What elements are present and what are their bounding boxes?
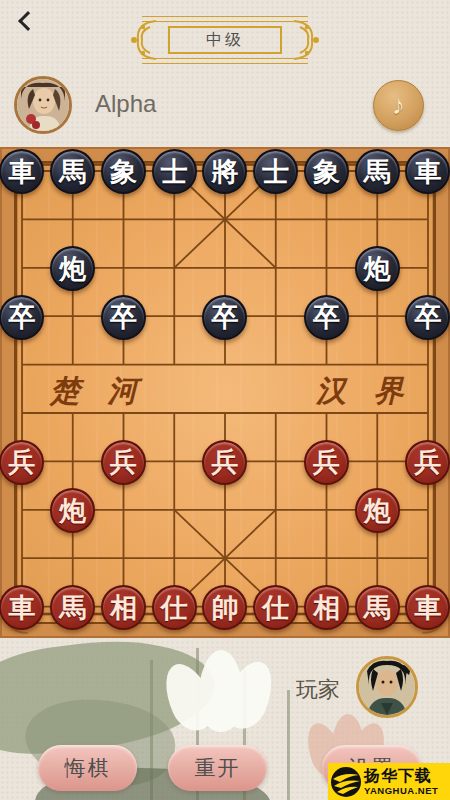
board-cell[interactable]: 車 <box>0 148 47 196</box>
restart-button-label: 重开 <box>195 754 241 782</box>
self-player-name: 玩家 <box>296 675 340 705</box>
lotus-flower-art <box>160 648 280 738</box>
board-cell[interactable]: 仕 <box>250 583 301 631</box>
board-cell[interactable] <box>352 438 403 486</box>
board-cell[interactable] <box>98 487 149 535</box>
board-cell[interactable] <box>149 341 200 389</box>
board-cell[interactable] <box>352 293 403 341</box>
piece-N[interactable]: 馬 <box>355 585 400 630</box>
opponent-avatar <box>14 76 72 134</box>
board-cell[interactable] <box>250 390 301 438</box>
music-note-icon: ♪ <box>392 90 405 121</box>
board-cell[interactable] <box>47 293 98 341</box>
board-cell[interactable]: 仕 <box>149 583 200 631</box>
board-cell[interactable]: 卒 <box>403 293 450 341</box>
board-cell[interactable] <box>301 341 352 389</box>
piece-P[interactable]: 兵 <box>0 440 44 485</box>
piece-r[interactable]: 車 <box>405 149 450 194</box>
board-cell[interactable] <box>352 535 403 583</box>
piece-r[interactable]: 車 <box>0 149 44 194</box>
board-cell[interactable]: 炮 <box>47 245 98 293</box>
board-cell[interactable]: 象 <box>98 148 149 196</box>
self-avatar <box>356 656 418 718</box>
board-cell[interactable]: 炮 <box>47 487 98 535</box>
board-cell[interactable] <box>200 535 251 583</box>
piece-C[interactable]: 炮 <box>355 488 400 533</box>
undo-button[interactable]: 悔棋 <box>38 745 137 791</box>
board-cell[interactable]: 兵 <box>301 438 352 486</box>
piece-R[interactable]: 車 <box>0 585 44 630</box>
board-cell[interactable]: 卒 <box>200 293 251 341</box>
board-cell[interactable]: 車 <box>0 583 47 631</box>
board-cell[interactable] <box>47 390 98 438</box>
undo-button-label: 悔棋 <box>65 754 111 782</box>
piece-c[interactable]: 炮 <box>355 246 400 291</box>
back-button[interactable] <box>14 8 40 34</box>
piece-C[interactable]: 炮 <box>50 488 95 533</box>
board-cell[interactable] <box>352 341 403 389</box>
level-title-box: 中级 <box>168 26 282 54</box>
board-cell[interactable] <box>301 535 352 583</box>
board-cell[interactable] <box>200 341 251 389</box>
piece-K[interactable]: 帥 <box>202 585 247 630</box>
board-cell[interactable] <box>250 293 301 341</box>
board-cell[interactable] <box>403 245 450 293</box>
level-title: 中级 <box>206 30 244 51</box>
board-cell[interactable] <box>0 341 47 389</box>
lotus-stem-art <box>287 690 290 800</box>
board-cell[interactable]: 相 <box>301 583 352 631</box>
board-cell[interactable] <box>352 390 403 438</box>
watermark-logo-icon <box>330 766 362 798</box>
board-cell[interactable] <box>403 535 450 583</box>
board-cell[interactable] <box>250 341 301 389</box>
board-cell[interactable] <box>403 196 450 244</box>
game-screen: 中级 Alpha ♪ 楚 河 汉 界 車馬象士將士象 <box>0 0 450 800</box>
board-cell[interactable] <box>149 487 200 535</box>
board-cell[interactable] <box>403 487 450 535</box>
board-cell[interactable] <box>301 390 352 438</box>
piece-N[interactable]: 馬 <box>50 585 95 630</box>
board-cell[interactable] <box>250 245 301 293</box>
watermark-text-en: YANGHUA.NET <box>364 786 438 796</box>
board-cell[interactable] <box>200 487 251 535</box>
board-cell[interactable] <box>98 196 149 244</box>
board-cell[interactable]: 將 <box>200 148 251 196</box>
gold-flourish-icon <box>126 13 168 67</box>
board-cell[interactable] <box>47 196 98 244</box>
board-cell[interactable] <box>301 487 352 535</box>
board-cell[interactable]: 兵 <box>403 438 450 486</box>
watermark-text-cn: 扬华下载 <box>364 768 438 784</box>
board-cell[interactable] <box>149 390 200 438</box>
piece-B[interactable]: 相 <box>101 585 146 630</box>
piece-p[interactable]: 卒 <box>405 295 450 340</box>
board-cell[interactable]: 卒 <box>0 293 47 341</box>
board-cell[interactable] <box>0 487 47 535</box>
lotus-leaf-art <box>0 628 220 763</box>
opponent-name: Alpha <box>95 90 156 118</box>
board-cell[interactable]: 馬 <box>47 148 98 196</box>
piece-a[interactable]: 士 <box>253 149 298 194</box>
board-cell[interactable]: 兵 <box>200 438 251 486</box>
board-cell[interactable] <box>200 245 251 293</box>
piece-p[interactable]: 卒 <box>202 295 247 340</box>
level-title-frame: 中级 <box>136 13 314 67</box>
board-cell[interactable]: 兵 <box>0 438 47 486</box>
restart-button[interactable]: 重开 <box>168 745 267 791</box>
board-cell[interactable] <box>200 196 251 244</box>
board-cell[interactable] <box>0 196 47 244</box>
gold-flourish-icon <box>282 13 324 67</box>
piece-b[interactable]: 象 <box>101 149 146 194</box>
board-cell[interactable]: 炮 <box>352 487 403 535</box>
board-cell[interactable]: 炮 <box>352 245 403 293</box>
piece-P[interactable]: 兵 <box>101 440 146 485</box>
board-cell[interactable]: 馬 <box>352 148 403 196</box>
board-cell[interactable] <box>200 390 251 438</box>
piece-A[interactable]: 仕 <box>253 585 298 630</box>
board-cell[interactable] <box>98 390 149 438</box>
board-cell[interactable]: 車 <box>403 148 450 196</box>
piece-P[interactable]: 兵 <box>405 440 450 485</box>
board-cell[interactable]: 象 <box>301 148 352 196</box>
board-grid: 車馬象士將士象馬車炮炮卒卒卒卒卒兵兵兵兵兵炮炮車馬相仕帥仕相馬車 <box>0 148 450 632</box>
board-cell[interactable] <box>47 341 98 389</box>
board-cell[interactable] <box>98 341 149 389</box>
board-cell[interactable] <box>250 438 301 486</box>
board-cell[interactable] <box>403 390 450 438</box>
board-cell[interactable]: 車 <box>403 583 450 631</box>
piece-k[interactable]: 將 <box>202 149 247 194</box>
board-cell[interactable] <box>0 390 47 438</box>
board-cell[interactable] <box>47 535 98 583</box>
board-cell[interactable] <box>250 487 301 535</box>
board-cell[interactable] <box>149 245 200 293</box>
piece-c[interactable]: 炮 <box>50 246 95 291</box>
piece-P[interactable]: 兵 <box>304 440 349 485</box>
piece-p[interactable]: 卒 <box>0 295 44 340</box>
music-button[interactable]: ♪ <box>373 80 424 131</box>
piece-n[interactable]: 馬 <box>355 149 400 194</box>
board-cell[interactable] <box>149 438 200 486</box>
board-cell[interactable]: 馬 <box>352 583 403 631</box>
piece-P[interactable]: 兵 <box>202 440 247 485</box>
board-cell[interactable] <box>149 293 200 341</box>
piece-p[interactable]: 卒 <box>101 295 146 340</box>
piece-b[interactable]: 象 <box>304 149 349 194</box>
lotus-stem-art <box>150 660 153 800</box>
piece-a[interactable]: 士 <box>152 149 197 194</box>
board-cell[interactable] <box>352 196 403 244</box>
board-cell[interactable] <box>98 245 149 293</box>
board-cell[interactable] <box>47 438 98 486</box>
piece-R[interactable]: 車 <box>405 585 450 630</box>
board-cell[interactable]: 卒 <box>301 293 352 341</box>
board-cell[interactable]: 馬 <box>47 583 98 631</box>
board-cell[interactable] <box>301 245 352 293</box>
board-cell[interactable] <box>0 535 47 583</box>
board-cell[interactable]: 卒 <box>98 293 149 341</box>
watermark-banner[interactable]: 扬华下载 YANGHUA.NET <box>328 763 450 800</box>
board-cell[interactable]: 相 <box>98 583 149 631</box>
board-cell[interactable] <box>301 196 352 244</box>
board-cell[interactable] <box>98 535 149 583</box>
board-cell[interactable]: 士 <box>250 148 301 196</box>
opponent-row: Alpha ♪ <box>0 74 450 136</box>
board-cell[interactable]: 兵 <box>98 438 149 486</box>
board-cell[interactable] <box>250 196 301 244</box>
board-cell[interactable] <box>250 535 301 583</box>
board-cell[interactable]: 士 <box>149 148 200 196</box>
board-cell[interactable] <box>149 196 200 244</box>
board-cell[interactable] <box>403 341 450 389</box>
piece-B[interactable]: 相 <box>304 585 349 630</box>
piece-p[interactable]: 卒 <box>304 295 349 340</box>
board-cell[interactable] <box>0 245 47 293</box>
piece-n[interactable]: 馬 <box>50 149 95 194</box>
board-cell[interactable] <box>149 535 200 583</box>
piece-A[interactable]: 仕 <box>152 585 197 630</box>
board-cell[interactable]: 帥 <box>200 583 251 631</box>
